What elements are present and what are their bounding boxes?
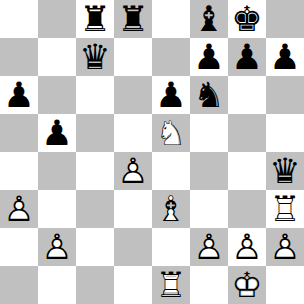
- square-c8[interactable]: ♜: [76, 0, 114, 38]
- square-c5[interactable]: [76, 114, 114, 152]
- square-c6[interactable]: [76, 76, 114, 114]
- black-pawn: ♟: [190, 38, 228, 76]
- square-b2[interactable]: ♟♙: [38, 228, 76, 266]
- square-f8[interactable]: ♝: [190, 0, 228, 38]
- square-f6[interactable]: ♞: [190, 76, 228, 114]
- white-piece-outline: ♗: [152, 190, 190, 228]
- square-b7[interactable]: [38, 38, 76, 76]
- square-d6[interactable]: [114, 76, 152, 114]
- white-pawn: ♟♙: [190, 228, 228, 266]
- white-piece-outline: ♖: [152, 266, 190, 304]
- white-piece-outline: ♙: [114, 152, 152, 190]
- square-h4[interactable]: ♛: [266, 152, 304, 190]
- black-piece-glyph: ♛: [266, 152, 304, 190]
- square-a5[interactable]: [0, 114, 38, 152]
- square-d7[interactable]: [114, 38, 152, 76]
- square-g7[interactable]: ♟: [228, 38, 266, 76]
- white-piece-outline: ♘: [152, 114, 190, 152]
- square-a3[interactable]: ♟♙: [0, 190, 38, 228]
- white-piece-outline: ♔: [228, 266, 266, 304]
- black-pawn: ♟: [0, 76, 38, 114]
- black-piece-glyph: ♜: [76, 0, 114, 38]
- white-pawn: ♟♙: [228, 228, 266, 266]
- white-knight: ♞♘: [152, 114, 190, 152]
- white-piece-outline: ♙: [38, 228, 76, 266]
- square-e7[interactable]: [152, 38, 190, 76]
- square-a6[interactable]: ♟: [0, 76, 38, 114]
- black-piece-glyph: ♚: [228, 0, 266, 38]
- chess-board: ♜♜♝♚♛♟♟♟♟♟♞♟♞♘♟♙♛♟♙♝♗♜♖♟♙♟♙♟♙♟♙♜♖♚♔: [0, 0, 304, 304]
- white-pawn: ♟♙: [0, 190, 38, 228]
- white-bishop: ♝♗: [152, 190, 190, 228]
- square-h1[interactable]: [266, 266, 304, 304]
- square-g8[interactable]: ♚: [228, 0, 266, 38]
- square-f2[interactable]: ♟♙: [190, 228, 228, 266]
- square-g4[interactable]: [228, 152, 266, 190]
- white-piece-outline: ♙: [0, 190, 38, 228]
- black-piece-glyph: ♟: [38, 114, 76, 152]
- square-f1[interactable]: [190, 266, 228, 304]
- square-b6[interactable]: [38, 76, 76, 114]
- square-c2[interactable]: [76, 228, 114, 266]
- square-c4[interactable]: [76, 152, 114, 190]
- square-d4[interactable]: ♟♙: [114, 152, 152, 190]
- square-b1[interactable]: [38, 266, 76, 304]
- square-d3[interactable]: [114, 190, 152, 228]
- black-rook: ♜: [114, 0, 152, 38]
- square-b3[interactable]: [38, 190, 76, 228]
- black-piece-glyph: ♛: [76, 38, 114, 76]
- square-f4[interactable]: [190, 152, 228, 190]
- black-knight: ♞: [190, 76, 228, 114]
- square-f5[interactable]: [190, 114, 228, 152]
- square-b8[interactable]: [38, 0, 76, 38]
- white-pawn: ♟♙: [38, 228, 76, 266]
- square-g2[interactable]: ♟♙: [228, 228, 266, 266]
- square-h7[interactable]: ♟: [266, 38, 304, 76]
- black-rook: ♜: [76, 0, 114, 38]
- square-h5[interactable]: [266, 114, 304, 152]
- black-piece-glyph: ♝: [190, 0, 228, 38]
- square-a7[interactable]: [0, 38, 38, 76]
- white-piece-outline: ♖: [266, 190, 304, 228]
- white-rook: ♜♖: [152, 266, 190, 304]
- black-pawn: ♟: [152, 76, 190, 114]
- square-b5[interactable]: ♟: [38, 114, 76, 152]
- square-b4[interactable]: [38, 152, 76, 190]
- square-g6[interactable]: [228, 76, 266, 114]
- square-g1[interactable]: ♚♔: [228, 266, 266, 304]
- square-d5[interactable]: [114, 114, 152, 152]
- white-rook: ♜♖: [266, 190, 304, 228]
- square-c3[interactable]: [76, 190, 114, 228]
- square-h3[interactable]: ♜♖: [266, 190, 304, 228]
- square-f7[interactable]: ♟: [190, 38, 228, 76]
- black-piece-glyph: ♞: [190, 76, 228, 114]
- square-d2[interactable]: [114, 228, 152, 266]
- square-g3[interactable]: [228, 190, 266, 228]
- square-a1[interactable]: [0, 266, 38, 304]
- black-pawn: ♟: [38, 114, 76, 152]
- black-bishop: ♝: [190, 0, 228, 38]
- square-e4[interactable]: [152, 152, 190, 190]
- square-d1[interactable]: [114, 266, 152, 304]
- white-piece-outline: ♙: [190, 228, 228, 266]
- square-e1[interactable]: ♜♖: [152, 266, 190, 304]
- black-queen: ♛: [266, 152, 304, 190]
- black-queen: ♛: [76, 38, 114, 76]
- square-a4[interactable]: [0, 152, 38, 190]
- square-h2[interactable]: ♟♙: [266, 228, 304, 266]
- black-king: ♚: [228, 0, 266, 38]
- white-pawn: ♟♙: [114, 152, 152, 190]
- square-a2[interactable]: [0, 228, 38, 266]
- square-a8[interactable]: [0, 0, 38, 38]
- white-piece-outline: ♙: [228, 228, 266, 266]
- white-king: ♚♔: [228, 266, 266, 304]
- square-e3[interactable]: ♝♗: [152, 190, 190, 228]
- black-piece-glyph: ♟: [266, 38, 304, 76]
- black-piece-glyph: ♜: [114, 0, 152, 38]
- square-e5[interactable]: ♞♘: [152, 114, 190, 152]
- square-f3[interactable]: [190, 190, 228, 228]
- square-h8[interactable]: [266, 0, 304, 38]
- square-e8[interactable]: [152, 0, 190, 38]
- black-pawn: ♟: [228, 38, 266, 76]
- square-g5[interactable]: [228, 114, 266, 152]
- square-e6[interactable]: ♟: [152, 76, 190, 114]
- square-c7[interactable]: ♛: [76, 38, 114, 76]
- square-c1[interactable]: [76, 266, 114, 304]
- white-piece-outline: ♙: [266, 228, 304, 266]
- square-d8[interactable]: ♜: [114, 0, 152, 38]
- white-pawn: ♟♙: [266, 228, 304, 266]
- square-e2[interactable]: [152, 228, 190, 266]
- black-pawn: ♟: [266, 38, 304, 76]
- black-piece-glyph: ♟: [228, 38, 266, 76]
- black-piece-glyph: ♟: [190, 38, 228, 76]
- black-piece-glyph: ♟: [152, 76, 190, 114]
- black-piece-glyph: ♟: [0, 76, 38, 114]
- square-h6[interactable]: [266, 76, 304, 114]
